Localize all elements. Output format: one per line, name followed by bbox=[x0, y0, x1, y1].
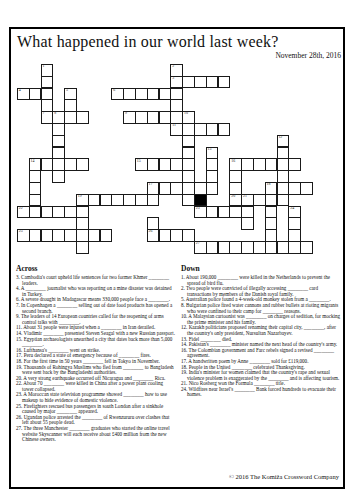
cell-number: 5 bbox=[66, 89, 68, 93]
grid-cell[interactable] bbox=[88, 194, 101, 207]
grid-cell[interactable] bbox=[147, 158, 160, 171]
grid-cell[interactable] bbox=[52, 123, 65, 136]
grid-cell[interactable] bbox=[147, 88, 160, 101]
clue-text: Ugandan police arrested the ________ of … bbox=[22, 414, 169, 426]
grid-cell[interactable] bbox=[135, 88, 148, 101]
grid-cell[interactable] bbox=[76, 241, 89, 254]
grid-cell[interactable]: 19 bbox=[76, 194, 89, 207]
cell-number: 18 bbox=[267, 183, 271, 187]
grid-cell[interactable]: 7 bbox=[41, 111, 54, 124]
cell-number: 15 bbox=[137, 160, 141, 164]
grid-cell[interactable] bbox=[135, 194, 148, 207]
grid-cell[interactable] bbox=[194, 182, 207, 195]
cell-number: 7 bbox=[42, 112, 44, 116]
grid-cell[interactable]: 16 bbox=[229, 158, 242, 171]
grid-cell[interactable] bbox=[288, 182, 301, 195]
cell-number: 17 bbox=[149, 183, 153, 187]
grid-cell[interactable] bbox=[64, 229, 77, 242]
grid-cell[interactable] bbox=[206, 206, 219, 219]
grid-cell[interactable] bbox=[218, 206, 231, 219]
grid-cell[interactable] bbox=[41, 158, 54, 171]
across-clue-27: 27. The three Manchester ________ gradua… bbox=[16, 426, 175, 443]
grid-cell[interactable]: 3 bbox=[170, 76, 183, 89]
grid-cell[interactable]: 10 bbox=[182, 111, 195, 124]
grid-cell[interactable] bbox=[194, 76, 207, 89]
grid-cell[interactable] bbox=[229, 170, 242, 183]
grid-cell[interactable] bbox=[300, 182, 313, 195]
grid-cell[interactable] bbox=[182, 158, 195, 171]
grid-cell[interactable] bbox=[147, 217, 160, 230]
grid-cell[interactable] bbox=[277, 182, 290, 195]
grid-cell[interactable] bbox=[288, 229, 301, 242]
grid-cell[interactable] bbox=[265, 229, 278, 242]
grid-cell[interactable] bbox=[76, 111, 89, 124]
crossword-page: What happened in our world last week? No… bbox=[0, 0, 354, 500]
grid-cell[interactable] bbox=[41, 206, 54, 219]
across-clue-list: 3. Cambodia's court upheld life sentence… bbox=[16, 275, 175, 443]
grid-cell[interactable] bbox=[52, 135, 65, 148]
grid-cell[interactable] bbox=[241, 206, 254, 219]
clue-text: The leaders of 14 European countries cal… bbox=[20, 313, 164, 325]
cell-number: 27 bbox=[196, 242, 200, 246]
grid-cell[interactable] bbox=[253, 194, 266, 207]
cell-number: 22 bbox=[19, 207, 23, 211]
grid-cell[interactable] bbox=[41, 76, 54, 89]
grid-cell[interactable] bbox=[218, 123, 231, 136]
down-clue-list: 1. About 190,000 ________ were killed in… bbox=[181, 275, 342, 398]
grid-cell[interactable] bbox=[76, 206, 89, 219]
grid-cell[interactable] bbox=[265, 194, 278, 207]
grid-cell[interactable] bbox=[76, 217, 89, 230]
clue-text: Thousands of Rohingya Muslims who fled f… bbox=[22, 364, 174, 376]
grid-cell[interactable] bbox=[29, 170, 42, 183]
grid-cell[interactable] bbox=[135, 111, 148, 124]
grid-cell[interactable]: 14 bbox=[29, 158, 42, 171]
grid-cell[interactable] bbox=[277, 158, 290, 171]
cell-number: 2 bbox=[172, 65, 174, 69]
clue-text: A Malaysian cartoonist was ________ on c… bbox=[187, 313, 340, 325]
across-heading: Across bbox=[16, 264, 175, 273]
clue-text: Wildfires near Israel's ________ Bank fo… bbox=[187, 386, 336, 398]
cell-number: 12 bbox=[278, 136, 282, 140]
grid-cell[interactable]: 11 bbox=[170, 123, 183, 136]
grid-cell[interactable]: 24 bbox=[288, 206, 301, 219]
down-heading: Down bbox=[181, 264, 342, 273]
grid-cell[interactable] bbox=[265, 206, 278, 219]
grid-cell[interactable] bbox=[218, 241, 231, 254]
page-title: What happened in our world last week? bbox=[17, 33, 279, 51]
grid-cell[interactable] bbox=[182, 147, 195, 160]
grid-cell[interactable] bbox=[52, 158, 65, 171]
grid-cell[interactable]: 27 bbox=[194, 241, 207, 254]
grid-cell[interactable] bbox=[229, 182, 242, 195]
cell-number: 16 bbox=[231, 160, 235, 164]
grid-cell[interactable] bbox=[182, 170, 195, 183]
grid-cell[interactable] bbox=[159, 182, 172, 195]
cell-number: 26 bbox=[149, 230, 153, 234]
grid-cell[interactable]: 8 bbox=[52, 111, 65, 124]
grid-cell[interactable] bbox=[265, 217, 278, 230]
grid-cell[interactable] bbox=[170, 158, 183, 171]
grid-cell[interactable]: 26 bbox=[147, 229, 160, 242]
clue-text: The Colombian government and Farc rebels… bbox=[187, 347, 334, 359]
grid-cell[interactable]: 21 bbox=[241, 194, 254, 207]
grid-cell[interactable] bbox=[182, 123, 195, 136]
grid-cell[interactable] bbox=[182, 194, 195, 207]
grid-cell[interactable] bbox=[218, 76, 231, 89]
grid-cell[interactable] bbox=[64, 158, 77, 171]
grid-cell[interactable]: 1 bbox=[41, 64, 54, 77]
grid-cell[interactable] bbox=[277, 241, 290, 254]
cell-number: 25 bbox=[19, 230, 23, 234]
grid-cell[interactable] bbox=[29, 194, 42, 207]
grid-cell[interactable] bbox=[29, 182, 42, 195]
grid-cell[interactable] bbox=[170, 229, 183, 242]
grid-cell[interactable] bbox=[300, 241, 313, 254]
down-clues: Down 1. About 190,000 ________ were kill… bbox=[181, 264, 342, 398]
clue-text: The three Manchester ________ graduates … bbox=[22, 425, 170, 442]
grid-cell[interactable] bbox=[100, 229, 113, 242]
clue-text: About 70 ________ were killed in China a… bbox=[22, 380, 163, 392]
grid-cell[interactable]: 12 bbox=[277, 135, 290, 148]
clue-text: A ________ journalist who was reporting … bbox=[20, 285, 172, 297]
cell-number: 21 bbox=[243, 195, 247, 199]
crossword-grid: 1234567891011121314151617181920212223242… bbox=[17, 64, 317, 256]
grid-cell[interactable]: 2 bbox=[170, 64, 183, 77]
clue-text: Two people were convicted of illegally a… bbox=[185, 285, 318, 297]
grid-cell[interactable] bbox=[206, 76, 219, 89]
grid-cell[interactable]: 6 bbox=[111, 88, 124, 101]
grid-cell[interactable] bbox=[265, 241, 278, 254]
grid-cell[interactable] bbox=[229, 241, 242, 254]
grid-cell[interactable]: 20 bbox=[229, 194, 242, 207]
grid-cell[interactable] bbox=[206, 241, 219, 254]
grid-cell[interactable] bbox=[182, 229, 195, 242]
grid-cell[interactable]: 23 bbox=[194, 206, 207, 219]
copyright: © 2016 The Komiža Crossword Company bbox=[229, 473, 339, 480]
grid-cell[interactable] bbox=[64, 206, 77, 219]
cell-number: 3 bbox=[172, 77, 174, 81]
cell-number: 13 bbox=[208, 148, 212, 152]
grid-cell[interactable] bbox=[265, 158, 278, 171]
grid-cell[interactable] bbox=[88, 229, 101, 242]
grid-cell[interactable] bbox=[123, 194, 136, 207]
clue-text: Bulgarian police fired water cannons and… bbox=[185, 302, 338, 314]
grid-cell[interactable] bbox=[76, 158, 89, 171]
grid-cell[interactable] bbox=[52, 229, 65, 242]
grid-cell[interactable] bbox=[182, 135, 195, 148]
cell-number: 4 bbox=[19, 89, 21, 93]
grid-cell[interactable] bbox=[29, 88, 42, 101]
grid-cell[interactable] bbox=[241, 241, 254, 254]
grid-cell[interactable] bbox=[147, 111, 160, 124]
grid-cell[interactable] bbox=[159, 88, 172, 101]
grid-cell[interactable] bbox=[277, 147, 290, 160]
clue-text: About 190,000 ________ were killed in th… bbox=[185, 274, 330, 286]
grid-cell[interactable] bbox=[288, 158, 301, 171]
grid-cell[interactable]: 22 bbox=[17, 206, 30, 219]
grid-cell[interactable]: 18 bbox=[265, 182, 278, 195]
grid-cell[interactable]: 15 bbox=[135, 158, 148, 171]
grid-cell[interactable] bbox=[241, 158, 254, 171]
cell-number: 1 bbox=[42, 65, 44, 69]
grid-cell[interactable]: 4 bbox=[17, 88, 30, 101]
across-clues: Across 3. Cambodia's court upheld life s… bbox=[16, 264, 175, 443]
grid-cell[interactable] bbox=[100, 194, 113, 207]
grid-cell[interactable] bbox=[229, 206, 242, 219]
grid-cell[interactable] bbox=[159, 111, 172, 124]
grid-cell[interactable] bbox=[41, 99, 54, 112]
cell-number: 19 bbox=[78, 195, 82, 199]
grid-cell[interactable] bbox=[159, 229, 172, 242]
grid-cell[interactable] bbox=[123, 88, 136, 101]
puzzle-date: November 28th, 2016 bbox=[275, 51, 341, 60]
clue-text: A Moroccan state television programme sh… bbox=[22, 391, 167, 403]
grid-cell[interactable] bbox=[170, 88, 183, 101]
grid-cell[interactable] bbox=[52, 170, 65, 183]
grid-cell[interactable]: 5 bbox=[64, 88, 77, 101]
grid-cell[interactable] bbox=[206, 170, 219, 183]
grid-cell[interactable] bbox=[206, 182, 219, 195]
grid-cell-black bbox=[194, 194, 207, 207]
grid-cell[interactable] bbox=[41, 229, 54, 242]
grid-cell[interactable] bbox=[277, 170, 290, 183]
grid-cell[interactable] bbox=[241, 217, 254, 230]
clue-text: Kazakh politicians proposed renaming the… bbox=[187, 324, 336, 336]
grid-cell[interactable] bbox=[194, 123, 207, 136]
grid-cell[interactable] bbox=[64, 99, 77, 112]
grid-cell[interactable] bbox=[182, 182, 195, 195]
grid-cell[interactable] bbox=[76, 229, 89, 242]
cell-number: 8 bbox=[54, 112, 56, 116]
clue-text: Firefighters rescued bus passengers in s… bbox=[22, 403, 163, 415]
cell-number: 9 bbox=[125, 112, 127, 116]
grid-cell[interactable] bbox=[29, 229, 42, 242]
grid-cell[interactable] bbox=[277, 194, 290, 207]
grid-cell[interactable]: 13 bbox=[206, 147, 219, 160]
grid-cell[interactable] bbox=[253, 241, 266, 254]
cell-number: 6 bbox=[113, 89, 115, 93]
grid-cell[interactable]: 25 bbox=[17, 229, 30, 242]
clue-text: Egyptian archaeologists unearthed a city… bbox=[22, 336, 172, 348]
grid-cell[interactable] bbox=[288, 241, 301, 254]
grid-cell[interactable] bbox=[52, 147, 65, 160]
grid-cell[interactable] bbox=[29, 206, 42, 219]
clue-text: India's minister for women claimed that … bbox=[187, 369, 339, 381]
grid-cell[interactable] bbox=[147, 194, 160, 207]
grid-cell[interactable] bbox=[64, 111, 77, 124]
clue-text: Cambodia's court upheld life sentences f… bbox=[20, 274, 169, 286]
down-clue-24: 24. Wildfires near Israel's ________ Ban… bbox=[181, 387, 342, 398]
cell-number: 14 bbox=[31, 160, 35, 164]
cell-number: 20 bbox=[231, 195, 235, 199]
clue-text: In Copenhagen a ________ selling out of … bbox=[20, 302, 172, 314]
cell-number: 10 bbox=[184, 112, 188, 116]
cell-number: 11 bbox=[172, 124, 176, 128]
grid-cell[interactable] bbox=[111, 194, 124, 207]
grid-cell[interactable] bbox=[159, 158, 172, 171]
grid-cell[interactable] bbox=[170, 111, 183, 124]
grid-cell[interactable] bbox=[253, 158, 266, 171]
cell-number: 24 bbox=[290, 207, 294, 211]
grid-cell[interactable] bbox=[170, 182, 183, 195]
grid-cell[interactable] bbox=[52, 206, 65, 219]
grid-cell[interactable]: 9 bbox=[123, 111, 136, 124]
grid-cell[interactable] bbox=[41, 88, 54, 101]
grid-cell[interactable] bbox=[206, 123, 219, 136]
grid-cell[interactable] bbox=[182, 76, 195, 89]
cell-number: 23 bbox=[196, 207, 200, 211]
grid-cell[interactable] bbox=[170, 99, 183, 112]
grid-cell[interactable]: 17 bbox=[147, 182, 160, 195]
grid-cell[interactable] bbox=[206, 158, 219, 171]
grid-cell[interactable] bbox=[288, 217, 301, 230]
